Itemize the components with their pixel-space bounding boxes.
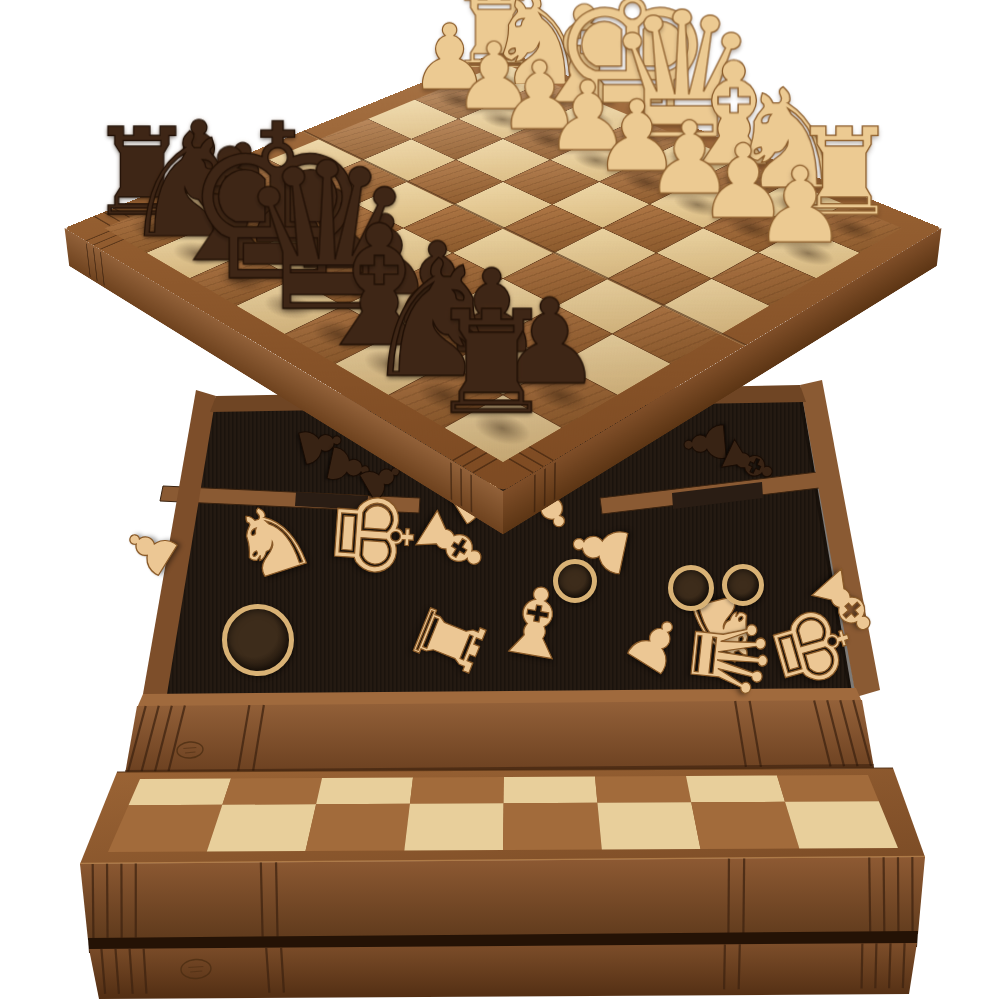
chess-board-3d: ♜♞♝♚♛♝♞♜♟♟♟♟♟♟♟♟♟♟♟♟♟♟♟♟♜♞♝♚♛♝♞♜ — [65, 50, 942, 491]
edge-groove — [100, 252, 105, 286]
edge-groove — [450, 462, 452, 500]
edge-groove — [460, 468, 462, 506]
board-scene: ♜♞♝♚♛♝♞♜♟♟♟♟♟♟♟♟♟♟♟♟♟♟♟♟♜♞♝♚♛♝♞♜ — [0, 0, 1000, 1000]
piece-wP-a2: ♟ — [753, 153, 847, 258]
edge-groove — [544, 468, 546, 506]
edge-groove — [534, 474, 536, 512]
frame-groove — [472, 458, 498, 473]
edge-groove — [470, 474, 472, 512]
product-photo: ♟♟♟♟♝♞♚♝♟♟♝♜♟♞♛♟♝♚♟ ♜♞♝♚♛♝♞♜♟♟♟♟♟♟♟♟♟♟♟♟… — [0, 0, 1000, 1000]
edge-groove — [86, 243, 91, 277]
edge-groove — [93, 247, 98, 281]
piece-bR-a8: ♜ — [427, 292, 555, 435]
edge-groove — [554, 462, 556, 500]
